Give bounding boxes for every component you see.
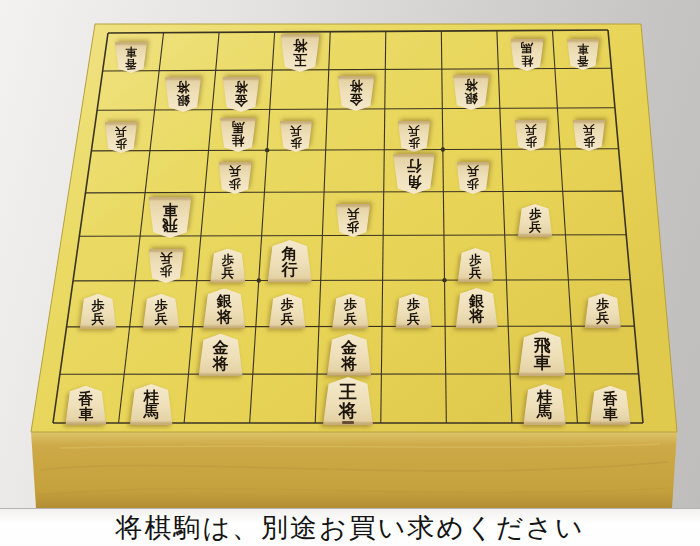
piece-body: 歩兵 [336,204,370,237]
piece-kanji: 歩兵 [525,123,537,147]
piece-body: 金将 [327,334,371,376]
piece-body: 歩兵 [332,293,369,328]
piece-5b-gote: 金将 [338,76,375,111]
piece-4c-gote: 歩兵 [397,121,429,152]
piece-2i-sente: 桂馬 [523,384,566,425]
piece-body: 歩兵 [148,249,183,283]
piece-kanji: 歩兵 [347,208,359,233]
piece-kanji: 角行 [282,246,298,278]
piece-6a-gote: 玉将 [281,34,320,72]
piece-body: 歩兵 [573,120,605,151]
piece-kanji: 歩兵 [160,252,173,278]
piece-body: 歩兵 [397,121,429,152]
piece-5g-sente: 歩兵 [332,293,369,328]
piece-body: 飛車 [519,331,566,376]
piece-9g-sente: 歩兵 [80,294,117,329]
piece-kanji: 歩兵 [583,123,595,147]
piece-1g-sente: 歩兵 [585,293,622,328]
piece-kanji: 桂馬 [144,390,159,421]
piece-body: 歩兵 [218,162,251,194]
piece-kanji: 金将 [213,340,229,372]
piece-body: 銀将 [456,288,498,328]
piece-body: 歩兵 [457,162,490,194]
piece-kanji: 歩兵 [115,125,127,149]
piece-kanji: 歩兵 [344,298,357,325]
piece-2h-sente: 飛車 [519,331,566,376]
piece-kanji: 歩兵 [229,166,241,191]
piece-5i-sente: 王将 [323,377,373,425]
piece-3d-gote: 歩兵 [457,162,490,194]
piece-kanji: 桂馬 [231,121,244,147]
piece-body: 歩兵 [210,249,245,283]
piece-kanji: 王将 [339,384,357,425]
piece-kanji: 金将 [341,339,357,371]
piece-kanji: 飛車 [534,337,551,371]
piece-8b-gote: 銀将 [165,77,201,112]
piece-body: 歩兵 [515,120,547,151]
piece-kanji: 桂馬 [537,390,552,421]
caption-text: 将棋駒は、別途お買い求めください [115,510,584,546]
piece-body: 歩兵 [458,248,493,282]
piece-8e-gote: 飛車 [149,197,192,238]
maker-stamp-icon [342,421,354,424]
piece-body: 銀将 [203,288,245,328]
piece-6f-sente: 角行 [268,240,312,282]
piece-1i-sente: 香車 [590,386,631,425]
piece-6c-gote: 歩兵 [280,121,312,152]
piece-3g-sente: 銀将 [456,288,498,328]
piece-3f-sente: 歩兵 [458,248,493,282]
piece-7g-sente: 銀将 [203,288,245,328]
piece-7c-gote: 桂馬 [220,118,256,152]
pieces-layer: 香車玉将桂馬香車銀将金将金将銀将歩兵桂馬歩兵歩兵歩兵歩兵歩兵角行歩兵飛車歩兵歩兵… [0,0,700,508]
piece-body: 銀将 [453,76,489,111]
piece-kanji: 銀将 [465,79,478,106]
piece-kanji: 角行 [406,158,421,189]
piece-kanji: 銀将 [469,293,484,324]
piece-kanji: 銀将 [177,81,190,108]
piece-2a-gote: 桂馬 [510,39,543,71]
piece-body: 歩兵 [280,121,312,152]
piece-kanji: 歩兵 [529,208,541,233]
piece-body: 香車 [590,386,631,425]
piece-body: 金将 [199,334,243,376]
piece-body: 香車 [115,42,147,73]
piece-9c-gote: 歩兵 [104,122,136,153]
piece-kanji: 歩兵 [407,298,420,325]
piece-body: 桂馬 [510,39,543,71]
piece-4d-gote: 角行 [393,154,435,194]
piece-kanji: 香車 [603,391,618,421]
piece-kanji: 歩兵 [281,298,294,325]
piece-kanji: 歩兵 [408,124,420,148]
piece-9i-sente: 香車 [65,386,106,425]
piece-body: 歩兵 [518,204,552,237]
caption-band: 将棋駒は、別途お買い求めください [0,508,700,546]
piece-2e-sente: 歩兵 [518,204,552,237]
piece-body: 角行 [393,154,435,194]
piece-8i-sente: 桂馬 [130,384,173,425]
piece-7f-sente: 歩兵 [210,249,245,283]
piece-kanji: 歩兵 [291,124,303,148]
piece-body: 角行 [268,240,312,282]
piece-9a-gote: 香車 [115,42,147,73]
piece-kanji: 香車 [577,43,589,67]
piece-kanji: 銀将 [217,294,232,325]
photo-scene: 香車玉将桂馬香車銀将金将金将銀将歩兵桂馬歩兵歩兵歩兵歩兵歩兵角行歩兵飛車歩兵歩兵… [0,0,700,546]
piece-body: 歩兵 [585,293,622,328]
piece-body: 金将 [338,76,375,111]
piece-6g-sente: 歩兵 [269,294,306,329]
piece-4g-sente: 歩兵 [395,293,432,328]
piece-body: 桂馬 [523,384,566,425]
piece-kanji: 金将 [234,80,247,107]
piece-kanji: 歩兵 [469,253,482,279]
piece-body: 歩兵 [104,122,136,153]
piece-body: 金将 [223,76,260,111]
piece-kanji: 歩兵 [596,298,609,325]
piece-kanji: 玉将 [293,38,307,67]
piece-kanji: 歩兵 [467,165,479,190]
piece-body: 歩兵 [80,294,117,329]
piece-body: 歩兵 [269,294,306,329]
piece-8f-gote: 歩兵 [148,249,183,283]
piece-1a-gote: 香車 [567,40,599,71]
piece-body: 桂馬 [220,118,256,152]
piece-kanji: 歩兵 [221,253,234,279]
piece-kanji: 歩兵 [155,298,168,325]
piece-body: 香車 [567,40,599,71]
piece-body: 歩兵 [395,293,432,328]
piece-body: 銀将 [165,77,201,112]
piece-kanji: 香車 [125,45,137,69]
piece-5h-sente: 金将 [327,334,371,376]
piece-5e-gote: 歩兵 [336,204,370,237]
piece-2c-gote: 歩兵 [515,120,547,151]
piece-kanji: 桂馬 [521,42,533,67]
piece-3b-gote: 銀将 [453,76,489,111]
piece-body: 飛車 [149,197,192,238]
piece-kanji: 飛車 [163,201,178,233]
piece-body: 歩兵 [143,294,180,329]
piece-kanji: 歩兵 [92,299,105,326]
piece-body: 王将 [323,377,373,425]
piece-kanji: 金将 [349,79,362,106]
piece-7h-sente: 金将 [199,334,243,376]
piece-1c-gote: 歩兵 [573,120,605,151]
piece-7d-gote: 歩兵 [218,162,251,194]
piece-8g-sente: 歩兵 [143,294,180,329]
piece-kanji: 香車 [78,391,93,421]
piece-body: 桂馬 [130,384,173,425]
piece-body: 玉将 [281,34,320,72]
piece-7b-gote: 金将 [223,76,260,111]
piece-body: 香車 [65,386,106,425]
